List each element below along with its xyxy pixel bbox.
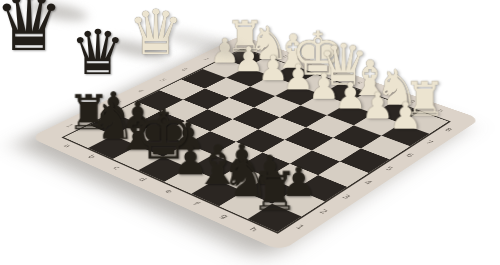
rank-label-4: 4: [363, 180, 374, 186]
off-board-piece-black-queen: ♛: [70, 22, 126, 84]
rank-label-3: 3: [341, 194, 352, 200]
rank-label-5: 5: [384, 166, 394, 172]
file-label-c: c: [111, 165, 121, 170]
square-h6: [361, 136, 410, 160]
file-label-f: f: [192, 201, 201, 206]
square-h1: ♜: [248, 204, 302, 232]
file-label-d: d: [137, 177, 148, 183]
rank-label-8: 8: [443, 127, 453, 132]
file-label-g: g: [219, 213, 230, 219]
file-label-a: a: [62, 143, 73, 148]
file-label-h: h: [248, 226, 260, 232]
file-label-b: b: [86, 154, 97, 159]
rank-label-7: 7: [424, 140, 434, 145]
off-board-piece-black-queen: ♛: [0, 0, 64, 62]
file-label-e: e: [163, 188, 174, 194]
rank-label-far-5: 5: [158, 79, 167, 83]
rank-label-1: 1: [294, 224, 305, 230]
rank-label-far-6: 6: [179, 68, 187, 72]
product-photo-stage: ♛♛♛ aabbccddeeffgghh1122334455667788 ♜♞♝…: [0, 0, 500, 265]
rank-label-6: 6: [404, 153, 414, 158]
rank-label-2: 2: [318, 209, 329, 215]
